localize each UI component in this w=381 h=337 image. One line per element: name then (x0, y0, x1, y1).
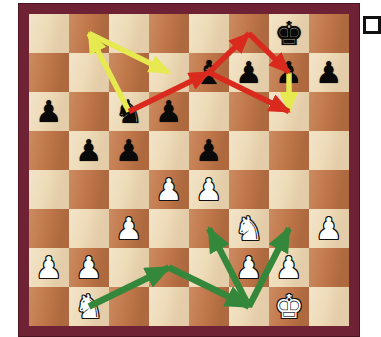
square-d1[interactable] (149, 287, 189, 326)
square-b7[interactable] (69, 53, 109, 92)
square-d3[interactable] (149, 209, 189, 248)
white-to-move-indicator (363, 16, 381, 34)
square-c4[interactable] (109, 170, 149, 209)
square-e5[interactable]: ♟ (189, 131, 229, 170)
white-pawn-b2[interactable]: ♟ (69, 248, 109, 287)
square-a8[interactable] (29, 14, 69, 53)
square-g8[interactable]: ♚ (269, 14, 309, 53)
white-knight-b1[interactable]: ♞ (69, 287, 109, 326)
square-f4[interactable] (229, 170, 269, 209)
square-f5[interactable] (229, 131, 269, 170)
black-pawn-g7[interactable]: ♟ (269, 53, 309, 92)
square-f6[interactable] (229, 92, 269, 131)
square-d8[interactable] (149, 14, 189, 53)
square-a6[interactable]: ♟ (29, 92, 69, 131)
square-c1[interactable] (109, 287, 149, 326)
square-b4[interactable] (69, 170, 109, 209)
square-c2[interactable] (109, 248, 149, 287)
black-pawn-h7[interactable]: ♟ (309, 53, 349, 92)
black-king-g8[interactable]: ♚ (269, 14, 309, 53)
square-g4[interactable] (269, 170, 309, 209)
square-d4[interactable]: ♟ (149, 170, 189, 209)
square-h3[interactable]: ♟ (309, 209, 349, 248)
square-g3[interactable] (269, 209, 309, 248)
square-b6[interactable] (69, 92, 109, 131)
white-king-g1[interactable]: ♚ (269, 287, 309, 326)
square-b5[interactable]: ♟ (69, 131, 109, 170)
square-c8[interactable] (109, 14, 149, 53)
square-e3[interactable] (189, 209, 229, 248)
black-bishop-e7[interactable]: ♝ (189, 53, 229, 92)
square-h1[interactable] (309, 287, 349, 326)
square-b8[interactable] (69, 14, 109, 53)
square-d2[interactable] (149, 248, 189, 287)
white-pawn-c3[interactable]: ♟ (109, 209, 149, 248)
white-pawn-a2[interactable]: ♟ (29, 248, 69, 287)
square-c5[interactable]: ♟ (109, 131, 149, 170)
square-c7[interactable] (109, 53, 149, 92)
black-pawn-d6[interactable]: ♟ (149, 92, 189, 131)
square-a7[interactable] (29, 53, 69, 92)
white-pawn-d4[interactable]: ♟ (149, 170, 189, 209)
black-pawn-f7[interactable]: ♟ (229, 53, 269, 92)
square-h8[interactable] (309, 14, 349, 53)
square-h6[interactable] (309, 92, 349, 131)
board-grid[interactable]: ♚♝♟♟♟♟♞♟♟♟♟♟♟♟♞♟♟♟♟♟♞♚ (29, 14, 349, 326)
black-pawn-b5[interactable]: ♟ (69, 131, 109, 170)
square-g5[interactable] (269, 131, 309, 170)
square-b3[interactable] (69, 209, 109, 248)
square-h5[interactable] (309, 131, 349, 170)
square-e7[interactable]: ♝ (189, 53, 229, 92)
black-pawn-c5[interactable]: ♟ (109, 131, 149, 170)
square-e2[interactable] (189, 248, 229, 287)
square-h4[interactable] (309, 170, 349, 209)
square-f3[interactable]: ♞ (229, 209, 269, 248)
square-a5[interactable] (29, 131, 69, 170)
square-e6[interactable] (189, 92, 229, 131)
square-a1[interactable] (29, 287, 69, 326)
square-f2[interactable]: ♟ (229, 248, 269, 287)
square-f7[interactable]: ♟ (229, 53, 269, 92)
square-g7[interactable]: ♟ (269, 53, 309, 92)
square-g1[interactable]: ♚ (269, 287, 309, 326)
square-h7[interactable]: ♟ (309, 53, 349, 92)
square-d5[interactable] (149, 131, 189, 170)
square-f8[interactable] (229, 14, 269, 53)
square-a3[interactable] (29, 209, 69, 248)
square-d6[interactable]: ♟ (149, 92, 189, 131)
square-e8[interactable] (189, 14, 229, 53)
square-a4[interactable] (29, 170, 69, 209)
black-pawn-a6[interactable]: ♟ (29, 92, 69, 131)
square-g2[interactable]: ♟ (269, 248, 309, 287)
square-a2[interactable]: ♟ (29, 248, 69, 287)
white-pawn-h3[interactable]: ♟ (309, 209, 349, 248)
square-b1[interactable]: ♞ (69, 287, 109, 326)
square-f1[interactable] (229, 287, 269, 326)
square-e1[interactable] (189, 287, 229, 326)
square-h2[interactable] (309, 248, 349, 287)
square-b2[interactable]: ♟ (69, 248, 109, 287)
chess-board[interactable]: ♚♝♟♟♟♟♞♟♟♟♟♟♟♟♞♟♟♟♟♟♞♚ (19, 4, 359, 336)
square-d7[interactable] (149, 53, 189, 92)
black-pawn-e5[interactable]: ♟ (189, 131, 229, 170)
white-pawn-g2[interactable]: ♟ (269, 248, 309, 287)
white-pawn-e4[interactable]: ♟ (189, 170, 229, 209)
square-e4[interactable]: ♟ (189, 170, 229, 209)
white-pawn-f2[interactable]: ♟ (229, 248, 269, 287)
square-c3[interactable]: ♟ (109, 209, 149, 248)
square-g6[interactable] (269, 92, 309, 131)
black-knight-c6[interactable]: ♞ (109, 92, 149, 131)
square-c6[interactable]: ♞ (109, 92, 149, 131)
white-knight-f3[interactable]: ♞ (229, 209, 269, 248)
